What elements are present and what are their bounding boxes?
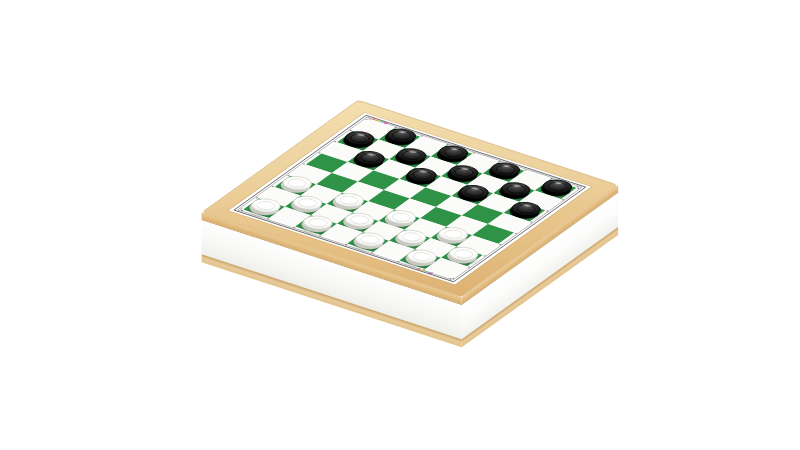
piece-ring <box>357 233 383 245</box>
piece-ring <box>305 216 331 228</box>
piece-ring <box>440 228 466 240</box>
piece-ring <box>347 214 373 226</box>
checkers-box-photo: Janod Janod <box>0 0 800 450</box>
piece-ring <box>284 177 310 189</box>
piece-ring <box>451 248 477 260</box>
piece-ring <box>295 197 321 209</box>
piece-ring <box>399 231 425 243</box>
piece-ring <box>253 199 279 211</box>
piece-ring <box>388 211 414 223</box>
piece-ring <box>409 250 435 262</box>
piece-ring <box>336 194 362 206</box>
